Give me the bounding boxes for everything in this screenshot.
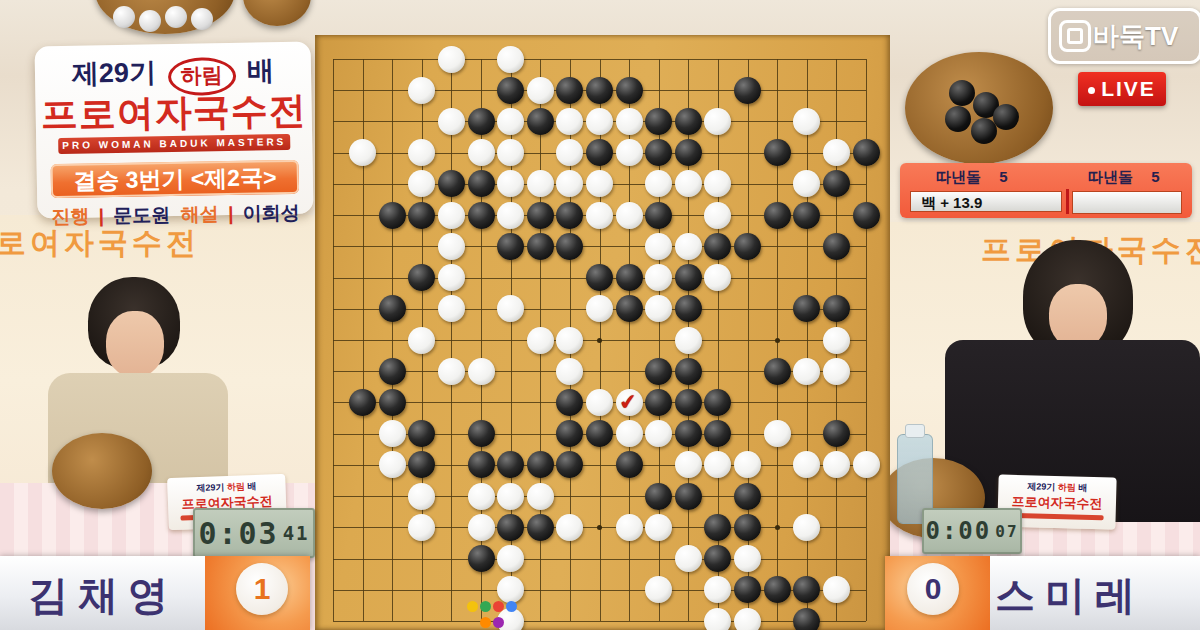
left-clock-main: 0:03 (198, 516, 278, 551)
right-player-name: 스미레 (995, 568, 1145, 623)
left-player-name: 김채영 (28, 568, 178, 623)
right-clock-seconds: 07 (995, 522, 1018, 541)
white-stone (645, 170, 672, 197)
black-stone (468, 451, 495, 478)
white-stone (734, 451, 761, 478)
left-clock-seconds: 41 (283, 522, 310, 544)
white-stone (675, 327, 702, 354)
white-stone (379, 420, 406, 447)
black-stone (468, 202, 495, 229)
black-stone (497, 77, 524, 104)
white-stone (497, 295, 524, 322)
white-stone (556, 358, 583, 385)
white-stone (616, 108, 643, 135)
black-stone (556, 202, 583, 229)
plate-cup: 배 (247, 481, 256, 491)
white-captures: 따낸돌 5 (936, 168, 1008, 187)
white-stone (438, 295, 465, 322)
plate-edition: 제29기 (1027, 481, 1055, 492)
mascot-watermark (463, 599, 521, 629)
black-stone (793, 608, 820, 630)
star-point (597, 338, 602, 343)
white-stone (556, 514, 583, 541)
white-stone (793, 451, 820, 478)
white-stone (556, 170, 583, 197)
black-stone (675, 358, 702, 385)
black-stone (823, 170, 850, 197)
right-player-face (1049, 284, 1107, 348)
black-stone (497, 514, 524, 541)
crew-line: 진행 | 문도원 해설 | 이희성 (37, 200, 313, 231)
white-stone (438, 202, 465, 229)
grid-line-h (333, 559, 866, 560)
black-stone (734, 483, 761, 510)
white-stone (527, 77, 554, 104)
white-stone (408, 514, 435, 541)
white-captures-label: 따낸돌 (936, 168, 981, 185)
commentary-label: 해설 (181, 203, 219, 225)
star-point (775, 338, 780, 343)
divider: | (94, 205, 108, 226)
black-stones-bowl (905, 52, 1053, 164)
white-stone (497, 46, 524, 73)
white-stone (408, 327, 435, 354)
white-stone (556, 108, 583, 135)
white-stone (408, 170, 435, 197)
white-stone (527, 327, 554, 354)
right-player-wins-badge: 0 (907, 563, 959, 615)
white-stone (645, 420, 672, 447)
plate-edition: 제29기 (196, 482, 224, 493)
black-stone (704, 233, 731, 260)
white-stone (704, 451, 731, 478)
black-stone (734, 233, 761, 260)
black-stone (556, 451, 583, 478)
star-point (775, 525, 780, 530)
white-captures-count: 5 (999, 168, 1007, 185)
white-stone (675, 170, 702, 197)
white-stone (853, 451, 880, 478)
white-stone (704, 264, 731, 291)
black-stone (586, 139, 613, 166)
last-move-marker: ✔ (618, 389, 642, 413)
left-go-bowl (52, 433, 152, 509)
white-stone (438, 233, 465, 260)
black-stone (616, 264, 643, 291)
black-stone (675, 264, 702, 291)
score-empty-display (1072, 191, 1182, 214)
white-stone: ✔ (616, 389, 643, 416)
bowl-lid (243, 0, 311, 26)
plate-cup: 배 (1078, 483, 1087, 493)
black-stone (497, 233, 524, 260)
left-player-wins-badge: 1 (236, 563, 288, 615)
black-stone (497, 451, 524, 478)
white-stone (645, 264, 672, 291)
commentator-name: 이희성 (242, 202, 299, 224)
score-divider (1066, 189, 1069, 214)
black-captures-label: 따낸돌 (1088, 168, 1133, 185)
score-panel: 따낸돌 5 따낸돌 5 백 + 13.9 (900, 163, 1192, 218)
black-stone (527, 451, 554, 478)
channel-name: 바둑TV (1093, 19, 1178, 54)
white-stone (704, 202, 731, 229)
black-stone (734, 514, 761, 541)
black-stone (675, 389, 702, 416)
white-stone (408, 139, 435, 166)
black-stone (468, 545, 495, 572)
host-label: 진행 (51, 205, 89, 227)
black-stone (734, 77, 761, 104)
black-stone (616, 451, 643, 478)
white-stone (527, 170, 554, 197)
white-stone (645, 514, 672, 541)
black-stone (468, 108, 495, 135)
white-stone (793, 108, 820, 135)
go-board: ✔ (315, 35, 890, 630)
edition-text: 제29기 (72, 57, 157, 88)
white-stone (704, 170, 731, 197)
white-stone (586, 170, 613, 197)
white-stone (823, 358, 850, 385)
left-player-face (106, 311, 164, 377)
black-stone (793, 202, 820, 229)
star-point (597, 525, 602, 530)
black-stone (764, 202, 791, 229)
black-stone (556, 233, 583, 260)
black-stone (408, 420, 435, 447)
white-stone (645, 576, 672, 603)
white-stone (675, 451, 702, 478)
black-stone (586, 264, 613, 291)
black-stone (764, 576, 791, 603)
tournament-logo-card: 제29기 하림 배 프로여자국수전 PRO WOMAN BADUK MASTER… (35, 42, 314, 219)
white-stone (408, 77, 435, 104)
black-stone (586, 77, 613, 104)
black-stone (823, 295, 850, 322)
white-stone (438, 46, 465, 73)
host-name: 문도원 (113, 204, 170, 226)
black-stone (468, 170, 495, 197)
black-stone (823, 233, 850, 260)
black-stone (349, 389, 376, 416)
white-stone (497, 170, 524, 197)
black-stone (616, 295, 643, 322)
white-stone (379, 451, 406, 478)
broadcast-frame: 프로여자국수전 프로여자국수전 ✔ 제29기 하림 (0, 0, 1200, 630)
white-stone (704, 608, 731, 630)
white-stone (704, 108, 731, 135)
black-stone (704, 420, 731, 447)
score-estimate-display: 백 + 13.9 (910, 191, 1062, 212)
white-stone (586, 389, 613, 416)
black-stone (527, 202, 554, 229)
black-stone (556, 389, 583, 416)
black-stone (675, 420, 702, 447)
white-stone (468, 483, 495, 510)
white-stone (616, 139, 643, 166)
white-stone (645, 295, 672, 322)
black-stone (556, 420, 583, 447)
black-captures-count: 5 (1151, 168, 1159, 185)
tournament-subtitle: PRO WOMAN BADUK MASTERS (58, 134, 290, 154)
white-stone (497, 108, 524, 135)
black-stone (675, 108, 702, 135)
white-stone (704, 576, 731, 603)
black-stone (704, 389, 731, 416)
black-stone (764, 139, 791, 166)
black-stone (645, 483, 672, 510)
black-stone (438, 170, 465, 197)
black-stone (556, 77, 583, 104)
black-stone (379, 295, 406, 322)
white-stone (793, 170, 820, 197)
channel-logo-box: 바둑TV (1048, 8, 1200, 64)
white-stone (823, 576, 850, 603)
black-captures: 따낸돌 5 (1088, 168, 1160, 187)
black-stone (793, 576, 820, 603)
black-stone (586, 420, 613, 447)
white-stone (497, 139, 524, 166)
live-badge: LIVE (1078, 72, 1166, 106)
white-stone (616, 202, 643, 229)
white-stone (468, 358, 495, 385)
white-stone (497, 545, 524, 572)
white-stone (734, 545, 761, 572)
round-banner: 결승 3번기 <제2국> (51, 160, 300, 198)
divider: | (224, 203, 238, 224)
black-stone (379, 202, 406, 229)
white-stone (497, 202, 524, 229)
white-stone (793, 514, 820, 541)
black-stone (704, 545, 731, 572)
black-stone (468, 420, 495, 447)
plate-sponsor: 하림 (1058, 482, 1076, 492)
black-stone (379, 389, 406, 416)
white-stone (675, 233, 702, 260)
black-stone (853, 139, 880, 166)
white-stone (734, 608, 761, 630)
white-stone (438, 358, 465, 385)
black-stone (793, 295, 820, 322)
white-stone (438, 108, 465, 135)
white-stone (586, 202, 613, 229)
white-stone (438, 264, 465, 291)
white-stone (616, 420, 643, 447)
black-stone (853, 202, 880, 229)
white-stone (823, 139, 850, 166)
left-player-namebar: 김채영 1 (0, 556, 310, 630)
black-stone (645, 358, 672, 385)
tournament-title: 프로여자국수전 (35, 86, 312, 141)
white-stones-bowl (95, 0, 235, 34)
white-stone (675, 545, 702, 572)
right-player-clock: 0:00 07 (922, 508, 1022, 554)
black-stone (408, 264, 435, 291)
white-stone (823, 327, 850, 354)
black-stone (645, 202, 672, 229)
white-stone (616, 514, 643, 541)
black-stone (645, 139, 672, 166)
white-stone (586, 295, 613, 322)
white-stone (468, 514, 495, 541)
black-stone (645, 389, 672, 416)
white-stone (497, 483, 524, 510)
black-stone (675, 295, 702, 322)
black-stone (675, 139, 702, 166)
black-stone (645, 108, 672, 135)
black-stone (527, 233, 554, 260)
white-stone (823, 451, 850, 478)
black-stone (408, 451, 435, 478)
black-stone (704, 514, 731, 541)
white-stone (527, 483, 554, 510)
plate-sponsor: 하림 (227, 481, 245, 492)
grid-line-h (333, 621, 866, 622)
white-stone (586, 108, 613, 135)
black-stone (764, 358, 791, 385)
black-stone (616, 77, 643, 104)
black-stone (675, 483, 702, 510)
black-stone (527, 514, 554, 541)
white-stone (408, 483, 435, 510)
white-stone (764, 420, 791, 447)
water-bottle-cap (905, 424, 925, 438)
black-stone (408, 202, 435, 229)
black-stone (379, 358, 406, 385)
white-stone (349, 139, 376, 166)
right-player-namebar: 0 스미레 (885, 556, 1200, 630)
white-stone (556, 327, 583, 354)
black-stone (527, 108, 554, 135)
white-stone (645, 233, 672, 260)
black-stone (734, 576, 761, 603)
white-stone (556, 139, 583, 166)
right-clock-main: 0:00 (925, 517, 991, 545)
white-stone (468, 139, 495, 166)
channel-logo-icon (1059, 20, 1091, 52)
cup-text: 배 (247, 55, 275, 85)
white-stone (793, 358, 820, 385)
left-player-clock: 0:03 41 (193, 508, 315, 558)
black-stone (823, 420, 850, 447)
